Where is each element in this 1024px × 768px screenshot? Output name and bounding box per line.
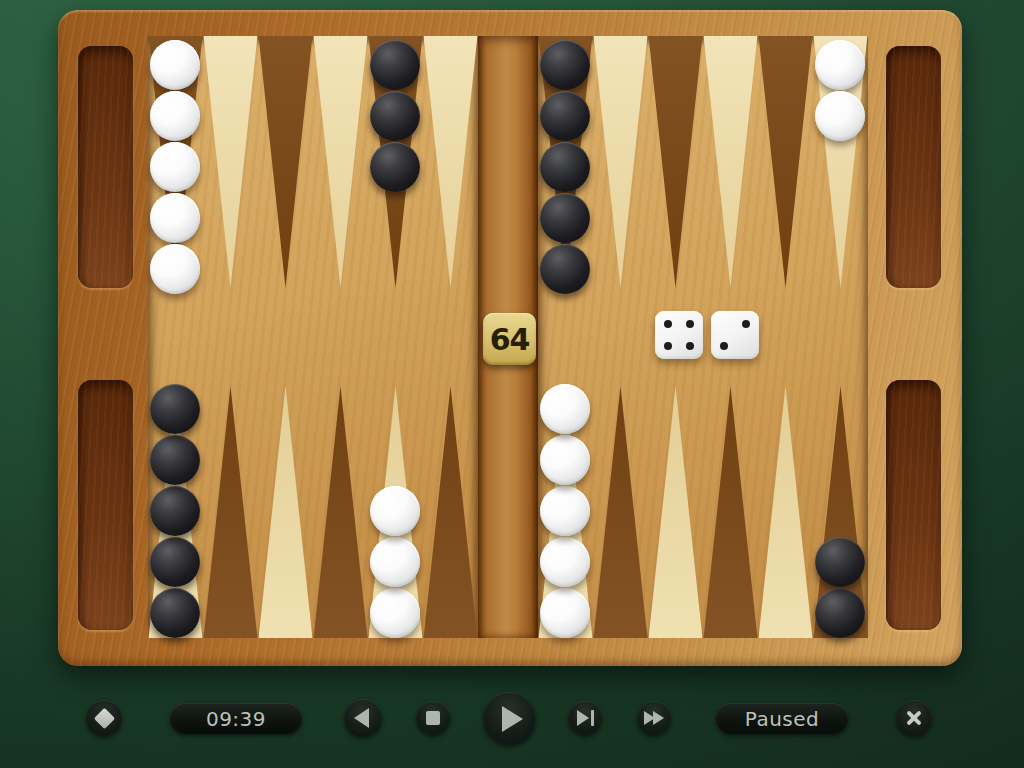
backgammon-app: 64 09:39 Paused — [0, 0, 1024, 768]
black-checker[interactable] — [150, 588, 200, 638]
die-pip — [686, 320, 694, 328]
white-checker[interactable] — [150, 244, 200, 294]
white-checker[interactable] — [150, 40, 200, 90]
die-pip — [742, 320, 750, 328]
bear-off-tray-bottom-right[interactable] — [886, 380, 941, 630]
step-forward-button[interactable] — [568, 701, 602, 735]
play-button[interactable] — [483, 692, 536, 745]
fast-forward-icon — [644, 711, 664, 725]
white-checker[interactable] — [815, 91, 865, 141]
bear-off-tray-bottom-left[interactable] — [78, 380, 133, 630]
black-checker[interactable] — [150, 537, 200, 587]
black-checker[interactable] — [815, 588, 865, 638]
back-icon — [354, 708, 369, 728]
stop-button[interactable] — [416, 701, 450, 735]
die-1-showing-4[interactable] — [655, 311, 703, 359]
white-checker[interactable] — [370, 588, 420, 638]
die-pip — [664, 320, 672, 328]
status-label: Paused — [745, 707, 820, 731]
black-checker[interactable] — [540, 193, 590, 243]
die-2-showing-2[interactable] — [711, 311, 759, 359]
black-checker[interactable] — [540, 91, 590, 141]
white-checker[interactable] — [150, 91, 200, 141]
white-checker[interactable] — [815, 40, 865, 90]
black-checker[interactable] — [540, 142, 590, 192]
close-button[interactable] — [896, 700, 932, 736]
fast-forward-button[interactable] — [637, 701, 671, 735]
doubling-cube-value: 64 — [490, 322, 530, 357]
white-checker[interactable] — [540, 435, 590, 485]
white-checker[interactable] — [540, 486, 590, 536]
black-checker[interactable] — [150, 435, 200, 485]
white-checker[interactable] — [370, 537, 420, 587]
white-checker[interactable] — [150, 142, 200, 192]
status-badge[interactable]: Paused — [716, 703, 848, 734]
doubling-cube[interactable]: 64 — [483, 313, 536, 365]
menu-button[interactable] — [86, 700, 122, 736]
black-checker[interactable] — [370, 142, 420, 192]
timer-value: 09:39 — [206, 707, 266, 731]
black-checker[interactable] — [150, 486, 200, 536]
white-checker[interactable] — [370, 486, 420, 536]
back-button[interactable] — [344, 699, 382, 737]
bear-off-tray-top-right[interactable] — [886, 46, 941, 288]
black-checker[interactable] — [540, 244, 590, 294]
black-checker[interactable] — [150, 384, 200, 434]
white-checker[interactable] — [540, 588, 590, 638]
play-icon — [502, 706, 523, 732]
diamond-icon — [93, 707, 114, 728]
bear-off-tray-top-left[interactable] — [78, 46, 133, 288]
die-pip — [664, 342, 672, 350]
white-checker[interactable] — [540, 384, 590, 434]
black-checker[interactable] — [815, 537, 865, 587]
white-checker[interactable] — [150, 193, 200, 243]
white-checker[interactable] — [540, 537, 590, 587]
black-checker[interactable] — [540, 40, 590, 90]
black-checker[interactable] — [370, 91, 420, 141]
black-checker[interactable] — [370, 40, 420, 90]
close-icon — [904, 708, 924, 728]
stop-icon — [426, 711, 440, 725]
timer-display: 09:39 — [170, 703, 302, 734]
step-forward-icon — [577, 710, 594, 726]
die-pip — [686, 342, 694, 350]
die-pip — [720, 342, 728, 350]
